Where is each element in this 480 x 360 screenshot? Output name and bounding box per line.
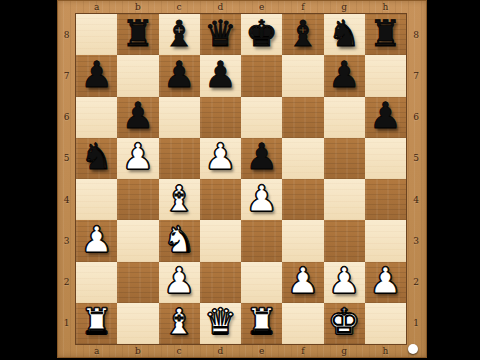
black-rook: ♜ xyxy=(369,16,401,52)
coord-label-2: 2 xyxy=(407,262,425,303)
black-queen: ♛ xyxy=(204,16,236,52)
white-bishop: ♝ xyxy=(163,304,195,340)
coord-label-h: h xyxy=(365,1,406,13)
coord-label-5: 5 xyxy=(407,138,425,179)
white-pawn: ♟ xyxy=(328,263,360,299)
square-g7[interactable]: ♟ xyxy=(324,55,365,96)
square-h3[interactable] xyxy=(365,220,406,261)
white-pawn: ♟ xyxy=(122,139,154,175)
square-g3[interactable] xyxy=(324,220,365,261)
square-b6[interactable]: ♟ xyxy=(117,97,158,138)
coord-label-d: d xyxy=(200,345,241,357)
square-a8[interactable] xyxy=(76,14,117,55)
white-pawn: ♟ xyxy=(287,263,319,299)
square-b3[interactable] xyxy=(117,220,158,261)
square-a1[interactable]: ♜ xyxy=(76,303,117,344)
coord-label-a: a xyxy=(76,345,117,357)
rank-labels-left: 87654321 xyxy=(58,14,75,344)
black-bishop: ♝ xyxy=(163,16,195,52)
chess-board: abcdefgh abcdefgh 87654321 87654321 ♜♝♛♚… xyxy=(57,0,427,358)
square-d6[interactable] xyxy=(200,97,241,138)
white-pawn: ♟ xyxy=(80,222,112,258)
square-g5[interactable] xyxy=(324,138,365,179)
square-e8[interactable]: ♚ xyxy=(241,14,282,55)
square-h2[interactable]: ♟ xyxy=(365,262,406,303)
square-e5[interactable]: ♟ xyxy=(241,138,282,179)
square-e7[interactable] xyxy=(241,55,282,96)
square-a4[interactable] xyxy=(76,179,117,220)
square-h8[interactable]: ♜ xyxy=(365,14,406,55)
coord-label-b: b xyxy=(117,1,158,13)
square-g1[interactable]: ♚ xyxy=(324,303,365,344)
white-rook: ♜ xyxy=(80,304,112,340)
square-a3[interactable]: ♟ xyxy=(76,220,117,261)
square-c7[interactable]: ♟ xyxy=(159,55,200,96)
square-g8[interactable]: ♞ xyxy=(324,14,365,55)
coord-label-d: d xyxy=(200,1,241,13)
coord-label-7: 7 xyxy=(58,55,75,96)
square-e4[interactable]: ♟ xyxy=(241,179,282,220)
square-c5[interactable] xyxy=(159,138,200,179)
black-pawn: ♟ xyxy=(369,98,401,134)
square-f3[interactable] xyxy=(282,220,323,261)
coord-label-4: 4 xyxy=(58,179,75,220)
coord-label-3: 3 xyxy=(407,220,425,261)
black-knight: ♞ xyxy=(328,16,360,52)
white-bishop: ♝ xyxy=(163,181,195,217)
black-pawn: ♟ xyxy=(163,57,195,93)
square-c8[interactable]: ♝ xyxy=(159,14,200,55)
white-to-move-indicator-dot xyxy=(408,344,418,354)
black-pawn: ♟ xyxy=(328,57,360,93)
coord-label-e: e xyxy=(241,1,282,13)
black-pawn: ♟ xyxy=(245,139,277,175)
square-h4[interactable] xyxy=(365,179,406,220)
square-d5[interactable]: ♟ xyxy=(200,138,241,179)
square-f4[interactable] xyxy=(282,179,323,220)
square-d8[interactable]: ♛ xyxy=(200,14,241,55)
square-f2[interactable]: ♟ xyxy=(282,262,323,303)
square-h6[interactable]: ♟ xyxy=(365,97,406,138)
square-a6[interactable] xyxy=(76,97,117,138)
black-pawn: ♟ xyxy=(80,57,112,93)
square-d1[interactable]: ♛ xyxy=(200,303,241,344)
square-c1[interactable]: ♝ xyxy=(159,303,200,344)
coord-label-5: 5 xyxy=(58,138,75,179)
board-squares: ♜♝♛♚♝♞♜♟♟♟♟♟♟♞♟♟♟♝♟♟♞♟♟♟♟♜♝♛♜♚ xyxy=(76,14,406,344)
coord-label-8: 8 xyxy=(58,14,75,55)
square-h5[interactable] xyxy=(365,138,406,179)
coord-label-c: c xyxy=(159,345,200,357)
square-e3[interactable] xyxy=(241,220,282,261)
white-king: ♚ xyxy=(328,304,360,340)
square-f8[interactable]: ♝ xyxy=(282,14,323,55)
coord-label-6: 6 xyxy=(407,97,425,138)
file-labels-bottom: abcdefgh xyxy=(76,345,406,357)
black-king: ♚ xyxy=(245,16,277,52)
square-d2[interactable] xyxy=(200,262,241,303)
black-knight: ♞ xyxy=(80,139,112,175)
black-pawn: ♟ xyxy=(122,98,154,134)
square-d7[interactable]: ♟ xyxy=(200,55,241,96)
square-e6[interactable] xyxy=(241,97,282,138)
square-e2[interactable] xyxy=(241,262,282,303)
coord-label-2: 2 xyxy=(58,262,75,303)
coord-label-f: f xyxy=(282,1,323,13)
square-c2[interactable]: ♟ xyxy=(159,262,200,303)
square-b7[interactable] xyxy=(117,55,158,96)
square-a5[interactable]: ♞ xyxy=(76,138,117,179)
square-c6[interactable] xyxy=(159,97,200,138)
coord-label-h: h xyxy=(365,345,406,357)
square-g2[interactable]: ♟ xyxy=(324,262,365,303)
coord-label-g: g xyxy=(324,345,365,357)
square-h1[interactable] xyxy=(365,303,406,344)
square-b4[interactable] xyxy=(117,179,158,220)
coord-label-1: 1 xyxy=(407,303,425,344)
coord-label-f: f xyxy=(282,345,323,357)
square-f7[interactable] xyxy=(282,55,323,96)
black-bishop: ♝ xyxy=(287,16,319,52)
square-f6[interactable] xyxy=(282,97,323,138)
square-b2[interactable] xyxy=(117,262,158,303)
square-b5[interactable]: ♟ xyxy=(117,138,158,179)
black-rook: ♜ xyxy=(122,16,154,52)
square-d4[interactable] xyxy=(200,179,241,220)
coord-label-b: b xyxy=(117,345,158,357)
square-c4[interactable]: ♝ xyxy=(159,179,200,220)
rank-labels-right: 87654321 xyxy=(407,14,425,344)
square-b8[interactable]: ♜ xyxy=(117,14,158,55)
black-pawn: ♟ xyxy=(204,57,236,93)
square-g6[interactable] xyxy=(324,97,365,138)
square-g4[interactable] xyxy=(324,179,365,220)
white-rook: ♜ xyxy=(245,304,277,340)
square-e1[interactable]: ♜ xyxy=(241,303,282,344)
square-a7[interactable]: ♟ xyxy=(76,55,117,96)
coord-label-a: a xyxy=(76,1,117,13)
coord-label-3: 3 xyxy=(58,220,75,261)
white-pawn: ♟ xyxy=(204,139,236,175)
file-labels-top: abcdefgh xyxy=(76,1,406,13)
square-f1[interactable] xyxy=(282,303,323,344)
coord-label-6: 6 xyxy=(58,97,75,138)
coord-label-7: 7 xyxy=(407,55,425,96)
coord-label-8: 8 xyxy=(407,14,425,55)
coord-label-g: g xyxy=(324,1,365,13)
square-a2[interactable] xyxy=(76,262,117,303)
square-h7[interactable] xyxy=(365,55,406,96)
white-queen: ♛ xyxy=(204,304,236,340)
white-knight: ♞ xyxy=(163,222,195,258)
square-c3[interactable]: ♞ xyxy=(159,220,200,261)
coord-label-4: 4 xyxy=(407,179,425,220)
coord-label-c: c xyxy=(159,1,200,13)
white-pawn: ♟ xyxy=(369,263,401,299)
white-pawn: ♟ xyxy=(245,181,277,217)
square-b1[interactable] xyxy=(117,303,158,344)
coord-label-e: e xyxy=(241,345,282,357)
white-pawn: ♟ xyxy=(163,263,195,299)
square-f5[interactable] xyxy=(282,138,323,179)
coord-label-1: 1 xyxy=(58,303,75,344)
square-d3[interactable] xyxy=(200,220,241,261)
